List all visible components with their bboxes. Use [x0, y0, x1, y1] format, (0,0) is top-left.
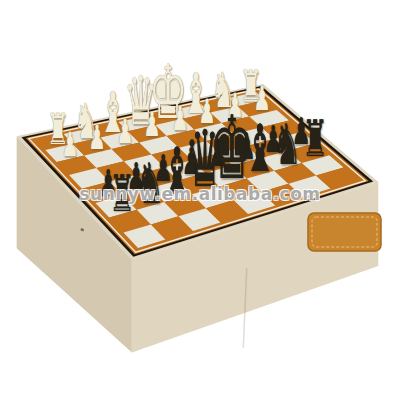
watermark: sunnyw.em.alibaba.com [0, 184, 400, 204]
piece-black-rook-h3: ♜ [302, 114, 328, 164]
piece-white-pawn-b7: ♟ [88, 122, 106, 156]
leather-tab [308, 213, 381, 251]
chess-set-product-photo: ♜♞♝♛♚♝♞♜♟♟♟♟♟♟♟♟♟♟♟♟♟♟♟♟♜♞♝♛♚♝♞♜ sunnyw.… [0, 0, 400, 400]
piece-white-pawn-c7: ♟ [116, 115, 134, 149]
piece-white-pawn-a7: ♟ [61, 128, 79, 162]
piece-white-pawn-d7: ♟ [143, 109, 161, 143]
piece-black-knight-g3: ♞ [272, 116, 301, 173]
